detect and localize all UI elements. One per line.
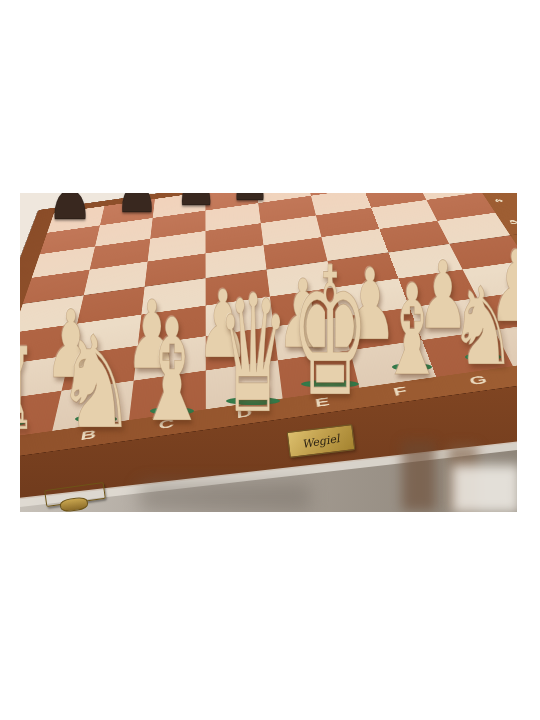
piece-white-rook-a1-cropped: ♜ [20, 333, 38, 447]
piece-white-bishop-c1: ♝ [135, 300, 209, 442]
piece-black-pawn-a7-cropped: ♟ [47, 193, 93, 232]
pieces-layer: ♜♞♝♛♚♝♞♟♟♟♟♟♟♟♟♟♟♟ [20, 193, 517, 512]
piece-black-pawn-d7-cropped: ♟ [230, 193, 270, 211]
page: ABCDEFGH12345678 ♜♞♝♛♚♝♞♟♟♟♟♟♟♟♟♟♟♟ Wegi… [0, 0, 540, 720]
piece-white-king-e1: ♚ [291, 244, 369, 422]
piece-white-bishop-f1: ♝ [379, 268, 445, 394]
piece-white-knight-b1: ♞ [56, 319, 136, 447]
chess-set-photo: ABCDEFGH12345678 ♜♞♝♛♚♝♞♟♟♟♟♟♟♟♟♟♟♟ Wegi… [20, 193, 517, 512]
piece-black-pawn-b7-cropped: ♟ [115, 193, 159, 225]
piece-white-knight-g1: ♞ [449, 273, 517, 381]
piece-black-pawn-c7-cropped: ♟ [175, 193, 217, 217]
piece-white-queen-d1: ♛ [217, 273, 289, 436]
